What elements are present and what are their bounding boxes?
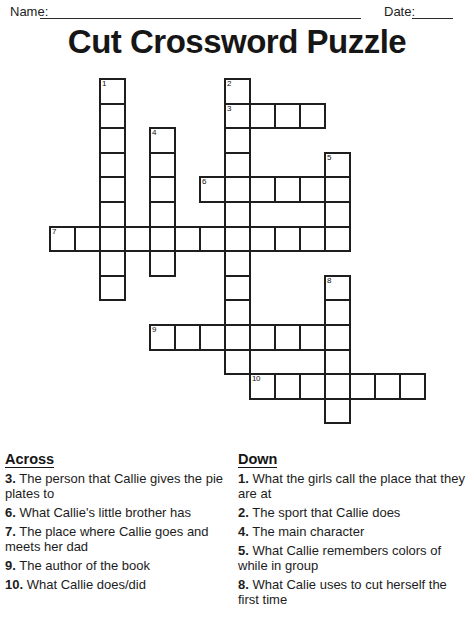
grid-cell-r4c10[interactable] <box>299 176 326 203</box>
grid-cell-r4c7[interactable] <box>224 176 251 203</box>
grid-cell-r3c7[interactable] <box>224 152 251 179</box>
grid-cell-r3c4[interactable] <box>149 152 176 179</box>
clue-number-10: 10 <box>252 375 260 383</box>
grid-cell-r13c11[interactable] <box>324 398 351 425</box>
clue-number-9: 9 <box>152 326 156 334</box>
down-heading: Down <box>238 451 469 467</box>
grid-cell-r7c7[interactable] <box>224 250 251 277</box>
grid-cell-r4c9[interactable] <box>274 176 301 203</box>
down-clues-column: Down 1. What the girls call the place th… <box>238 451 469 611</box>
down-clue-8: 8. What Calie uses to cut herself the fi… <box>238 577 469 607</box>
across-heading: Across <box>5 451 233 467</box>
grid-cell-r10c4[interactable]: 9 <box>149 324 176 351</box>
down-clue-4: 4. The main character <box>238 524 469 539</box>
grid-cell-r10c5[interactable] <box>174 324 201 351</box>
clue-number-1: 1 <box>102 80 106 88</box>
clue-number-7: 7 <box>52 228 56 236</box>
grid-cell-r11c7[interactable] <box>224 349 251 376</box>
grid-cell-r12c9[interactable] <box>274 373 301 400</box>
grid-cell-r10c7[interactable] <box>224 324 251 351</box>
across-clues-column: Across 3. The person that Callie gives t… <box>5 451 233 611</box>
grid-cell-r7c4[interactable] <box>149 250 176 277</box>
grid-cell-r7c2[interactable] <box>99 250 126 277</box>
grid-cell-r6c2[interactable] <box>99 226 126 253</box>
across-clue-7: 7. The place where Callie goes and meets… <box>5 524 233 554</box>
grid-cell-r6c9[interactable] <box>274 226 301 253</box>
grid-cell-r5c4[interactable] <box>149 201 176 228</box>
across-clue-6: 6. What Callie's little brother has <box>5 505 233 520</box>
grid-cell-r0c7[interactable]: 2 <box>224 78 251 105</box>
grid-cell-r4c11[interactable] <box>324 176 351 203</box>
clue-number-4: 4 <box>152 129 156 137</box>
down-clue-2: 2. The sport that Callie does <box>238 505 469 520</box>
grid-cell-r12c13[interactable] <box>374 373 401 400</box>
grid-cell-r1c8[interactable] <box>249 103 276 130</box>
grid-cell-r5c7[interactable] <box>224 201 251 228</box>
grid-cell-r12c14[interactable] <box>399 373 426 400</box>
grid-cell-r4c6[interactable]: 6 <box>199 176 226 203</box>
grid-cell-r6c1[interactable] <box>74 226 101 253</box>
across-clue-9: 9. The author of the book <box>5 558 233 573</box>
grid-cell-r0c2[interactable]: 1 <box>99 78 126 105</box>
grid-cell-r4c4[interactable] <box>149 176 176 203</box>
grid-cell-r10c10[interactable] <box>299 324 326 351</box>
worksheet-page: Name: Date: Cut Crossword Puzzle 1234567… <box>0 0 474 629</box>
down-clue-1: 1. What the girls call the place that th… <box>238 471 469 501</box>
grid-cell-r11c11[interactable] <box>324 349 351 376</box>
grid-cell-r6c3[interactable] <box>124 226 151 253</box>
grid-cell-r1c2[interactable] <box>99 103 126 130</box>
grid-cell-r2c7[interactable] <box>224 127 251 154</box>
crossword-grid: 12345678910 <box>49 78 426 425</box>
grid-cell-r6c4[interactable] <box>149 226 176 253</box>
grid-cell-r4c8[interactable] <box>249 176 276 203</box>
grid-cell-r1c7[interactable]: 3 <box>224 103 251 130</box>
grid-cell-r9c11[interactable] <box>324 299 351 326</box>
grid-cell-r5c11[interactable] <box>324 201 351 228</box>
grid-cell-r1c10[interactable] <box>299 103 326 130</box>
across-clue-3: 3. The person that Callie gives the pie … <box>5 471 233 501</box>
clue-number-3: 3 <box>227 105 231 113</box>
page-title: Cut Crossword Puzzle <box>0 23 474 61</box>
across-clue-10: 10. What Callie does/did <box>5 577 233 592</box>
grid-cell-r2c4[interactable]: 4 <box>149 127 176 154</box>
grid-cell-r12c10[interactable] <box>299 373 326 400</box>
date-label: Date: <box>384 4 415 19</box>
grid-cell-r10c11[interactable] <box>324 324 351 351</box>
grid-cell-r10c8[interactable] <box>249 324 276 351</box>
clues-section: Across 3. The person that Callie gives t… <box>5 451 469 611</box>
grid-cell-r9c7[interactable] <box>224 299 251 326</box>
grid-cell-r10c6[interactable] <box>199 324 226 351</box>
clue-number-5: 5 <box>327 154 331 162</box>
grid-cell-r2c2[interactable] <box>99 127 126 154</box>
grid-cell-r1c9[interactable] <box>274 103 301 130</box>
grid-cell-r6c10[interactable] <box>299 226 326 253</box>
down-clue-5: 5. What Callie remembers colors of while… <box>238 543 469 573</box>
grid-cell-r6c6[interactable] <box>199 226 226 253</box>
clue-number-2: 2 <box>227 80 231 88</box>
grid-cell-r8c11[interactable]: 8 <box>324 275 351 302</box>
date-fill-in-line[interactable] <box>412 2 453 19</box>
grid-cell-r6c11[interactable] <box>324 226 351 253</box>
grid-cell-r6c0[interactable]: 7 <box>49 226 76 253</box>
grid-cell-r5c2[interactable] <box>99 201 126 228</box>
grid-cell-r12c8[interactable]: 10 <box>249 373 276 400</box>
name-fill-in-line[interactable] <box>40 2 361 19</box>
grid-cell-r6c8[interactable] <box>249 226 276 253</box>
clue-number-6: 6 <box>202 178 206 186</box>
grid-cell-r6c7[interactable] <box>224 226 251 253</box>
grid-cell-r8c2[interactable] <box>99 275 126 302</box>
clue-number-8: 8 <box>327 277 331 285</box>
grid-cell-r8c7[interactable] <box>224 275 251 302</box>
grid-cell-r10c9[interactable] <box>274 324 301 351</box>
grid-cell-r12c12[interactable] <box>349 373 376 400</box>
grid-cell-r3c11[interactable]: 5 <box>324 152 351 179</box>
grid-cell-r3c2[interactable] <box>99 152 126 179</box>
grid-cell-r12c11[interactable] <box>324 373 351 400</box>
grid-cell-r6c5[interactable] <box>174 226 201 253</box>
grid-cell-r4c2[interactable] <box>99 176 126 203</box>
